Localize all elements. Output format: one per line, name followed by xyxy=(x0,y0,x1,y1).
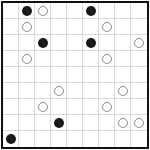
white-pearl xyxy=(118,86,128,96)
cell-r1c2[interactable] xyxy=(19,3,35,19)
cell-r6c1[interactable] xyxy=(3,83,19,99)
cell-r7c8[interactable] xyxy=(115,99,131,115)
cell-r6c8[interactable] xyxy=(115,83,131,99)
masyu-board-grid xyxy=(1,1,149,149)
cell-r7c1[interactable] xyxy=(3,99,19,115)
cell-r1c3[interactable] xyxy=(35,3,51,19)
cell-r5c9[interactable] xyxy=(131,67,147,83)
cell-r1c5[interactable] xyxy=(67,3,83,19)
black-pearl xyxy=(6,134,16,144)
cell-r9c4[interactable] xyxy=(51,131,67,147)
cell-r1c7[interactable] xyxy=(99,3,115,19)
white-pearl xyxy=(134,118,144,128)
cell-r8c2[interactable] xyxy=(19,115,35,131)
cell-r3c1[interactable] xyxy=(3,35,19,51)
cell-r2c3[interactable] xyxy=(35,19,51,35)
white-pearl xyxy=(118,118,128,128)
cell-r9c1[interactable] xyxy=(3,131,19,147)
cell-r8c7[interactable] xyxy=(99,115,115,131)
cell-r4c9[interactable] xyxy=(131,51,147,67)
cell-r7c2[interactable] xyxy=(19,99,35,115)
masyu-puzzle xyxy=(1,1,149,149)
cell-r9c6[interactable] xyxy=(83,131,99,147)
cell-r7c3[interactable] xyxy=(35,99,51,115)
cell-r5c3[interactable] xyxy=(35,67,51,83)
cell-r3c6[interactable] xyxy=(83,35,99,51)
cell-r9c8[interactable] xyxy=(115,131,131,147)
cell-r5c4[interactable] xyxy=(51,67,67,83)
cell-r8c3[interactable] xyxy=(35,115,51,131)
cell-r4c2[interactable] xyxy=(19,51,35,67)
cell-r2c5[interactable] xyxy=(67,19,83,35)
cell-r2c8[interactable] xyxy=(115,19,131,35)
cell-r2c1[interactable] xyxy=(3,19,19,35)
cell-r6c7[interactable] xyxy=(99,83,115,99)
cell-r3c9[interactable] xyxy=(131,35,147,51)
cell-r5c6[interactable] xyxy=(83,67,99,83)
cell-r5c2[interactable] xyxy=(19,67,35,83)
white-pearl xyxy=(102,54,112,64)
cell-r1c8[interactable] xyxy=(115,3,131,19)
white-pearl xyxy=(134,38,144,48)
cell-r6c3[interactable] xyxy=(35,83,51,99)
cell-r8c8[interactable] xyxy=(115,115,131,131)
cell-r4c1[interactable] xyxy=(3,51,19,67)
cell-r9c9[interactable] xyxy=(131,131,147,147)
cell-r9c2[interactable] xyxy=(19,131,35,147)
cell-r1c1[interactable] xyxy=(3,3,19,19)
cell-r7c9[interactable] xyxy=(131,99,147,115)
cell-r8c4[interactable] xyxy=(51,115,67,131)
cell-r3c8[interactable] xyxy=(115,35,131,51)
cell-r6c9[interactable] xyxy=(131,83,147,99)
cell-r9c7[interactable] xyxy=(99,131,115,147)
cell-r9c3[interactable] xyxy=(35,131,51,147)
cell-r3c5[interactable] xyxy=(67,35,83,51)
cell-r7c5[interactable] xyxy=(67,99,83,115)
cell-r4c7[interactable] xyxy=(99,51,115,67)
cell-r7c7[interactable] xyxy=(99,99,115,115)
white-pearl xyxy=(22,54,32,64)
white-pearl xyxy=(102,22,112,32)
white-pearl xyxy=(54,86,64,96)
cell-r8c6[interactable] xyxy=(83,115,99,131)
cell-r5c5[interactable] xyxy=(67,67,83,83)
black-pearl xyxy=(86,38,96,48)
black-pearl xyxy=(54,118,64,128)
cell-r1c6[interactable] xyxy=(83,3,99,19)
cell-r8c5[interactable] xyxy=(67,115,83,131)
cell-r5c1[interactable] xyxy=(3,67,19,83)
cell-r2c6[interactable] xyxy=(83,19,99,35)
white-pearl xyxy=(38,6,48,16)
black-pearl xyxy=(38,38,48,48)
cell-r3c3[interactable] xyxy=(35,35,51,51)
cell-r6c5[interactable] xyxy=(67,83,83,99)
black-pearl xyxy=(86,6,96,16)
cell-r8c9[interactable] xyxy=(131,115,147,131)
cell-r3c4[interactable] xyxy=(51,35,67,51)
white-pearl xyxy=(22,22,32,32)
cell-r2c4[interactable] xyxy=(51,19,67,35)
cell-r2c2[interactable] xyxy=(19,19,35,35)
cell-r4c3[interactable] xyxy=(35,51,51,67)
cell-r6c6[interactable] xyxy=(83,83,99,99)
cell-r7c6[interactable] xyxy=(83,99,99,115)
cell-r2c7[interactable] xyxy=(99,19,115,35)
cell-r4c6[interactable] xyxy=(83,51,99,67)
black-pearl xyxy=(22,6,32,16)
cell-r1c9[interactable] xyxy=(131,3,147,19)
cell-r6c2[interactable] xyxy=(19,83,35,99)
cell-r4c4[interactable] xyxy=(51,51,67,67)
cell-r3c7[interactable] xyxy=(99,35,115,51)
cell-r4c5[interactable] xyxy=(67,51,83,67)
cell-r8c1[interactable] xyxy=(3,115,19,131)
cell-r6c4[interactable] xyxy=(51,83,67,99)
cell-r4c8[interactable] xyxy=(115,51,131,67)
cell-r1c4[interactable] xyxy=(51,3,67,19)
white-pearl xyxy=(38,102,48,112)
white-pearl xyxy=(102,102,112,112)
cell-r5c7[interactable] xyxy=(99,67,115,83)
cell-r9c5[interactable] xyxy=(67,131,83,147)
cell-r3c2[interactable] xyxy=(19,35,35,51)
cell-r7c4[interactable] xyxy=(51,99,67,115)
cell-r2c9[interactable] xyxy=(131,19,147,35)
cell-r5c8[interactable] xyxy=(115,67,131,83)
